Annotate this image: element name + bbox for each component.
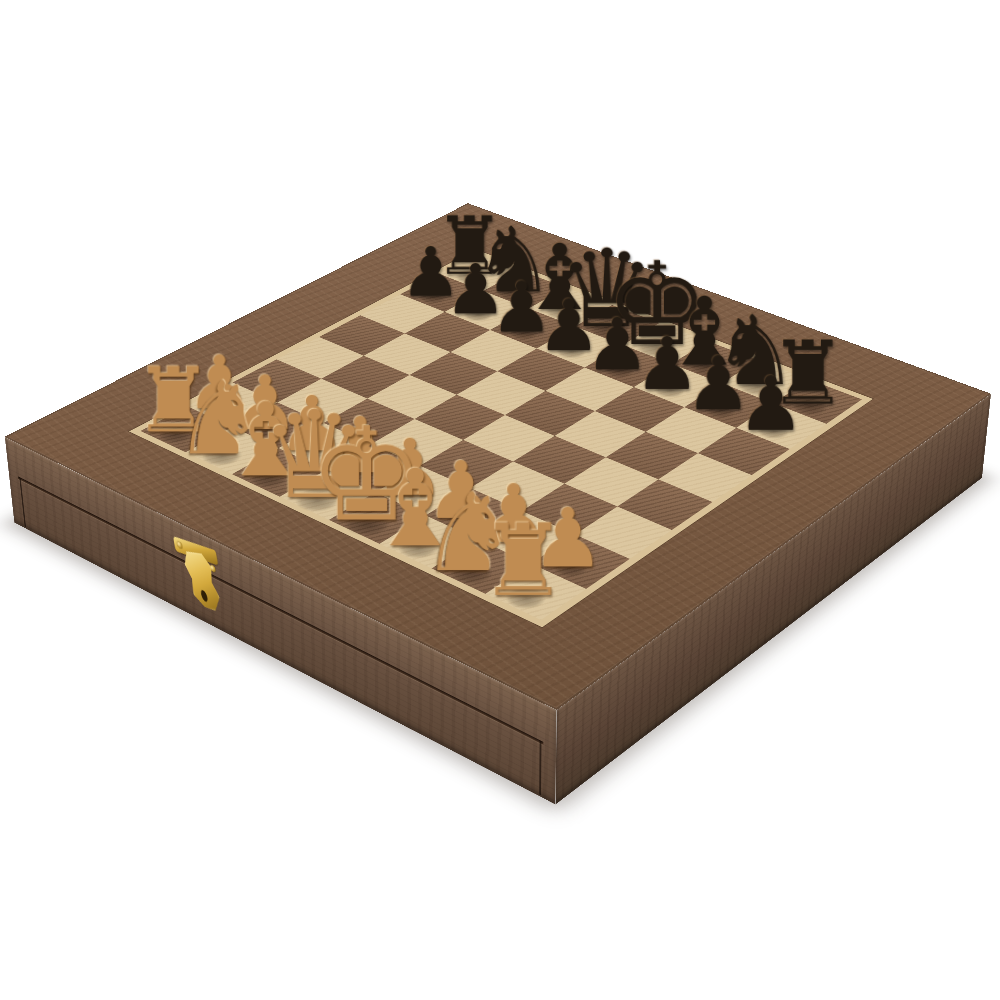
latch-hasp [181, 551, 224, 613]
drawer-seam-left [19, 477, 26, 527]
piece-black-pawn-h7[interactable]: ♟ [718, 366, 823, 441]
drawer-seam-right [539, 740, 541, 795]
product-photo-scene: ♜♞♝♛♚♝♞♜♟♟♟♟♟♟♟♟♟♟♟♟♟♟♟♟♜♞♝♛♚♝♞♜ [0, 0, 1000, 1000]
piece-white-rook-h1[interactable]: ♜ [465, 512, 582, 611]
chess-box: ♜♞♝♛♚♝♞♜♟♟♟♟♟♟♟♟♟♟♟♟♟♟♟♟♜♞♝♛♚♝♞♜ [5, 203, 991, 710]
